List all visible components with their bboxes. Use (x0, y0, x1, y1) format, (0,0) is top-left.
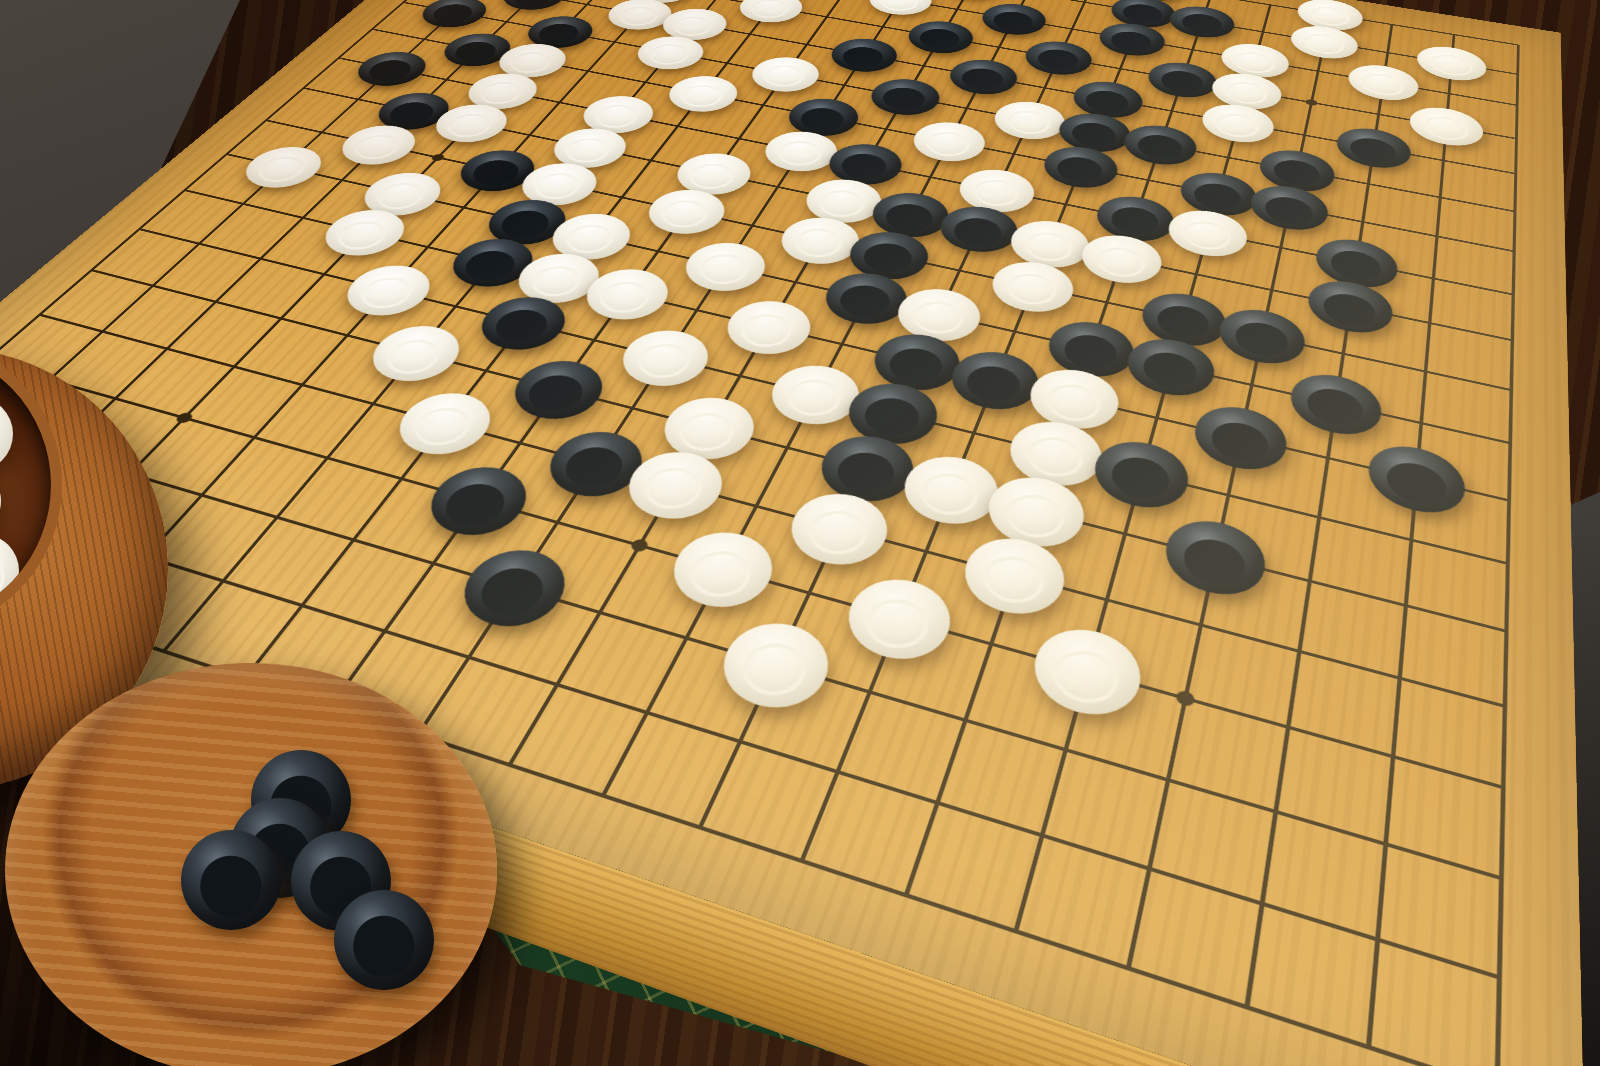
black-stone[interactable]: ● (1165, 2, 1238, 42)
black-stone[interactable]: ● (1120, 332, 1220, 404)
black-stone[interactable]: ● (345, 47, 438, 90)
black-stone[interactable]: ● (942, 55, 1024, 99)
black-stone[interactable]: ● (1086, 433, 1195, 517)
black-stone[interactable]: ● (815, 267, 917, 332)
black-stone[interactable]: ● (1135, 286, 1231, 353)
black-stone[interactable]: ● (823, 34, 905, 76)
white-stone[interactable]: ○ (731, 0, 811, 27)
black-stone[interactable]: ● (975, 0, 1052, 39)
white-stone[interactable]: ○ (332, 259, 444, 323)
white-stone[interactable]: ○ (954, 528, 1074, 624)
white-stone[interactable]: ○ (709, 612, 843, 720)
white-stone[interactable]: ○ (650, 390, 766, 469)
white-stone[interactable]: ○ (659, 71, 748, 117)
white-stone[interactable]: ○ (779, 484, 900, 574)
black-stone[interactable]: ● (492, 0, 576, 14)
captured-black-stone: ● (181, 830, 281, 930)
black-stone[interactable]: ● (864, 327, 970, 398)
white-stone[interactable]: ○ (1023, 619, 1148, 727)
black-stone[interactable]: ● (838, 376, 948, 453)
black-stone[interactable]: ● (1286, 367, 1384, 443)
black-stone[interactable]: ● (438, 233, 546, 294)
black-stone[interactable]: ● (1019, 37, 1098, 80)
white-stone[interactable]: ○ (893, 448, 1008, 534)
black-stone[interactable]: ● (534, 423, 656, 506)
scene: ❖❖❖❖❖❖❖❖❖❖ ●●●●○○●●○●●●○○●●○○●●○○●●○○●●○… (0, 0, 1600, 1066)
black-stone[interactable]: ● (942, 345, 1047, 418)
black-stone[interactable]: ● (862, 74, 947, 120)
white-stone[interactable]: ○ (1408, 103, 1484, 151)
white-stone[interactable]: ○ (573, 263, 680, 327)
black-stone[interactable]: ● (446, 540, 581, 638)
white-stone[interactable]: ○ (979, 469, 1093, 557)
white-stone[interactable]: ○ (862, 0, 939, 19)
white-stone[interactable]: ○ (714, 294, 821, 362)
white-stone[interactable]: ○ (356, 319, 473, 390)
black-stone[interactable]: ● (413, 458, 542, 545)
black-stone[interactable]: ● (1304, 274, 1395, 340)
white-stone[interactable]: ○ (905, 117, 993, 167)
black-stone[interactable]: ● (1365, 438, 1466, 523)
white-stone[interactable]: ○ (231, 141, 335, 193)
white-stone[interactable]: ○ (934, 0, 1009, 2)
bowl-white-stone: ○ (0, 397, 13, 471)
white-stone[interactable]: ○ (742, 53, 827, 97)
white-stone[interactable]: ○ (658, 523, 786, 618)
white-stone[interactable]: ○ (1345, 61, 1419, 106)
white-stone[interactable]: ○ (505, 247, 612, 310)
white-stone[interactable]: ○ (888, 282, 989, 348)
black-stone[interactable]: ● (809, 428, 924, 511)
black-stone[interactable]: ● (499, 353, 616, 427)
black-stone[interactable]: ● (1214, 302, 1309, 371)
white-stone[interactable]: ○ (835, 569, 962, 671)
black-stone[interactable]: ● (1041, 315, 1141, 385)
black-stone[interactable]: ● (1143, 58, 1221, 102)
black-stone[interactable]: ● (900, 17, 980, 58)
white-stone[interactable]: ○ (1022, 362, 1127, 437)
black-stone[interactable]: ● (1333, 123, 1412, 173)
bowl-lid-captured-stones: ●●●●● (5, 663, 497, 1066)
white-stone[interactable]: ○ (383, 385, 506, 463)
white-stone[interactable]: ○ (609, 323, 721, 394)
white-stone[interactable]: ○ (613, 443, 735, 528)
black-stone[interactable]: ● (467, 290, 579, 357)
white-stone[interactable]: ○ (759, 358, 870, 433)
black-stone[interactable]: ● (1188, 399, 1291, 479)
white-stone[interactable]: ○ (674, 236, 777, 298)
white-stone[interactable]: ○ (984, 255, 1081, 319)
white-stone[interactable]: ○ (987, 97, 1071, 145)
white-stone[interactable]: ○ (1415, 42, 1487, 85)
black-stone[interactable]: ● (1158, 512, 1271, 606)
white-stone[interactable]: ○ (1001, 413, 1110, 495)
white-stone[interactable]: ○ (1003, 215, 1096, 274)
bowl-white-stone: ○ (0, 464, 1, 538)
captured-black-stone: ● (334, 890, 434, 990)
black-stone[interactable]: ● (1312, 233, 1400, 294)
black-stone[interactable]: ● (1118, 120, 1201, 170)
